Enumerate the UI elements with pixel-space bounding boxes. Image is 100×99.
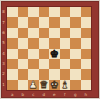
square-f6[interactable]	[60, 28, 71, 38]
square-e6[interactable]	[49, 28, 60, 38]
rank-label-8: 8	[0, 7, 7, 17]
square-c8[interactable]	[28, 7, 39, 17]
square-c7[interactable]	[28, 17, 39, 27]
square-a7[interactable]	[7, 17, 18, 27]
square-f7[interactable]	[60, 17, 71, 27]
square-g5[interactable]	[70, 38, 81, 48]
square-b2[interactable]	[18, 69, 29, 79]
square-c6[interactable]	[28, 28, 39, 38]
white-pawn[interactable]: ♟	[28, 80, 39, 90]
file-label-d: d	[39, 90, 50, 99]
square-g2[interactable]	[70, 69, 81, 79]
square-h4[interactable]	[81, 49, 92, 59]
square-g4[interactable]	[70, 49, 81, 59]
square-g3[interactable]	[70, 59, 81, 69]
square-e4[interactable]: ♚	[49, 49, 60, 59]
square-d5[interactable]	[39, 38, 50, 48]
square-d4[interactable]	[39, 49, 50, 59]
square-a8[interactable]	[7, 7, 18, 17]
square-h3[interactable]	[81, 59, 92, 69]
rank-label-7: 7	[0, 17, 7, 27]
white-queen[interactable]: ♛	[39, 80, 50, 90]
square-b6[interactable]	[18, 28, 29, 38]
file-label-e: e	[49, 90, 60, 99]
rank-label-2: 2	[0, 69, 7, 79]
black-king[interactable]: ♚	[49, 49, 60, 59]
rank-label-5: 5	[0, 38, 7, 48]
square-a4[interactable]	[7, 49, 18, 59]
square-e1[interactable]: ♚	[49, 80, 60, 90]
file-label-c: c	[28, 90, 39, 99]
square-h8[interactable]	[81, 7, 92, 17]
square-d3[interactable]	[39, 59, 50, 69]
square-f8[interactable]	[60, 7, 71, 17]
white-king[interactable]: ♚	[49, 80, 60, 90]
chess-board: ♚♟♛♚♝	[7, 7, 91, 90]
square-h7[interactable]	[81, 17, 92, 27]
square-f5[interactable]	[60, 38, 71, 48]
square-c4[interactable]	[28, 49, 39, 59]
square-g6[interactable]	[70, 28, 81, 38]
square-c3[interactable]	[28, 59, 39, 69]
file-label-g: g	[70, 90, 81, 99]
square-g8[interactable]	[70, 7, 81, 17]
square-a3[interactable]	[7, 59, 18, 69]
square-g7[interactable]	[70, 17, 81, 27]
file-label-h: h	[81, 90, 92, 99]
file-label-a: a	[7, 90, 18, 99]
rank-label-1: 1	[0, 80, 7, 90]
rank-label-4: 4	[0, 49, 7, 59]
white-bishop[interactable]: ♝	[60, 80, 71, 90]
square-e8[interactable]	[49, 7, 60, 17]
square-b7[interactable]	[18, 17, 29, 27]
square-h1[interactable]	[81, 80, 92, 90]
chess-app: 87654321 abcdefgh ♚♟♛♚♝	[0, 0, 100, 99]
square-b5[interactable]	[18, 38, 29, 48]
square-g1[interactable]	[70, 80, 81, 90]
square-b1[interactable]	[18, 80, 29, 90]
square-f3[interactable]	[60, 59, 71, 69]
square-b8[interactable]	[18, 7, 29, 17]
square-a1[interactable]	[7, 80, 18, 90]
square-d6[interactable]	[39, 28, 50, 38]
square-d8[interactable]	[39, 7, 50, 17]
square-f1[interactable]: ♝	[60, 80, 71, 90]
square-h5[interactable]	[81, 38, 92, 48]
square-e3[interactable]	[49, 59, 60, 69]
square-b3[interactable]	[18, 59, 29, 69]
file-label-b: b	[18, 90, 29, 99]
file-labels: abcdefgh	[7, 90, 91, 99]
square-a5[interactable]	[7, 38, 18, 48]
rank-labels: 87654321	[0, 7, 7, 90]
square-d7[interactable]	[39, 17, 50, 27]
square-c1[interactable]: ♟	[28, 80, 39, 90]
square-b4[interactable]	[18, 49, 29, 59]
file-label-f: f	[60, 90, 71, 99]
square-f4[interactable]	[60, 49, 71, 59]
square-h6[interactable]	[81, 28, 92, 38]
square-c5[interactable]	[28, 38, 39, 48]
square-e5[interactable]	[49, 38, 60, 48]
square-d1[interactable]: ♛	[39, 80, 50, 90]
rank-label-3: 3	[0, 59, 7, 69]
square-e7[interactable]	[49, 17, 60, 27]
rank-label-6: 6	[0, 28, 7, 38]
square-a6[interactable]	[7, 28, 18, 38]
square-a2[interactable]	[7, 69, 18, 79]
square-h2[interactable]	[81, 69, 92, 79]
